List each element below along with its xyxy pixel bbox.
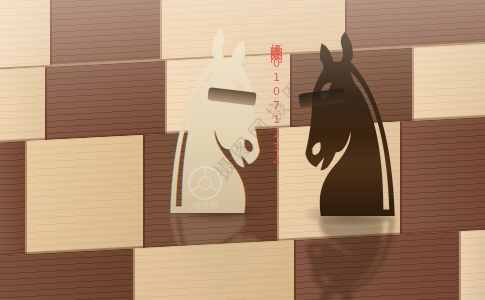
watermark-logo-text: 摄图网 — [192, 201, 217, 210]
board-square — [0, 141, 25, 255]
watermark-id-text: 摄图网401071234 — [268, 34, 284, 169]
chessboard-photo: ♞ ♞ ♞ ♞ 摄 — [0, 0, 485, 300]
watermark-image-id: 401071234 — [270, 43, 283, 169]
watermark-logo-icon: 摄图网 — [186, 164, 224, 212]
watermark-site-name: 摄图网 — [269, 34, 284, 43]
black-knight-glyph: ♞ — [280, 0, 420, 275]
board-square — [0, 0, 50, 67]
black-knight: ♞ — [213, 8, 485, 220]
board-square — [0, 67, 45, 142]
